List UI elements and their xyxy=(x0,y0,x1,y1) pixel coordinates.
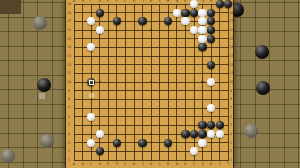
coord-label-left: 19 xyxy=(67,2,70,5)
coord-label-right: 9 xyxy=(229,89,232,92)
white-stone-Q17 xyxy=(198,17,206,25)
coord-label-left: 1 xyxy=(67,158,70,161)
board-grid-line xyxy=(74,108,229,109)
gray-background-stone xyxy=(33,16,47,30)
coord-label-right: 13 xyxy=(229,54,232,57)
white-stone-N18 xyxy=(173,9,181,17)
star-point xyxy=(99,81,101,83)
go-board[interactable]: AA1919BB1818CC1717DD1616EE1515FF1414GG13… xyxy=(66,0,233,168)
white-stone-C17 xyxy=(87,17,95,25)
coord-label-left: 2 xyxy=(67,150,70,153)
coord-label-bottom: J xyxy=(141,162,144,165)
coord-label-top: N xyxy=(175,0,178,2)
coord-label-bottom: G xyxy=(124,162,127,165)
coord-label-bottom: M xyxy=(167,162,170,165)
star-point xyxy=(150,81,152,83)
go-app-screen: AA1919BB1818CC1717DD1616EE1515FF1414GG13… xyxy=(0,0,300,168)
black-stone-R16 xyxy=(207,26,215,34)
coord-label-bottom: S xyxy=(218,162,221,165)
coord-label-right: 4 xyxy=(229,132,232,135)
gray-background-stone xyxy=(1,149,15,163)
black-stone-D18 xyxy=(96,9,104,17)
coord-label-right: 2 xyxy=(229,150,232,153)
coord-label-right: 17 xyxy=(229,20,232,23)
coord-label-top: Q xyxy=(201,0,204,2)
white-stone-D4 xyxy=(96,130,104,138)
black-background-stone xyxy=(255,45,269,59)
coord-label-left: 11 xyxy=(67,72,70,75)
white-stone-D16 xyxy=(96,26,104,34)
coord-label-right: 8 xyxy=(229,98,232,101)
board-grid-line xyxy=(159,4,160,161)
black-stone-S5 xyxy=(216,121,224,129)
coord-label-left: 16 xyxy=(67,28,70,31)
background-grid-line xyxy=(240,0,241,168)
board-grid-line xyxy=(74,116,229,117)
black-stone-F17 xyxy=(113,17,121,25)
coord-label-bottom: R xyxy=(209,162,212,165)
board-grid-line xyxy=(74,99,229,100)
black-stone-O4 xyxy=(181,130,189,138)
coord-label-top: M xyxy=(167,0,170,2)
coord-label-right: 18 xyxy=(229,11,232,14)
star-point xyxy=(150,29,152,31)
coord-label-bottom: Q xyxy=(201,162,204,165)
coord-label-bottom: F xyxy=(115,162,118,165)
coord-label-top: H xyxy=(132,0,135,2)
coord-label-top: J xyxy=(141,0,144,2)
white-stone-Q3 xyxy=(198,139,206,147)
coord-label-bottom: T xyxy=(227,162,230,165)
coord-label-bottom: C xyxy=(89,162,92,165)
coord-label-left: 12 xyxy=(67,63,70,66)
coord-label-right: 14 xyxy=(229,46,232,49)
coord-label-top: K xyxy=(149,0,152,2)
coord-label-right: 10 xyxy=(229,80,232,83)
black-stone-R15 xyxy=(207,35,215,43)
coord-label-left: 15 xyxy=(67,37,70,40)
corner-patch xyxy=(0,0,21,14)
coord-label-right: 3 xyxy=(229,141,232,144)
white-stone-R4 xyxy=(207,130,215,138)
coord-label-top: D xyxy=(98,0,101,2)
white-stone-Q15 xyxy=(198,35,206,43)
black-stone-R5 xyxy=(207,121,215,129)
coord-label-right: 6 xyxy=(229,115,232,118)
coord-label-left: 8 xyxy=(67,98,70,101)
coord-label-left: 17 xyxy=(67,20,70,23)
black-stone-P18 xyxy=(190,9,198,17)
coord-label-bottom: P xyxy=(192,162,195,165)
coord-label-bottom: O xyxy=(184,162,187,165)
background-grid-line xyxy=(255,0,256,168)
ghost-move-marker xyxy=(89,93,94,98)
coord-label-bottom: A xyxy=(72,162,75,165)
white-stone-O17 xyxy=(181,17,189,25)
white-stone-S4 xyxy=(216,130,224,138)
black-stone-R12 xyxy=(207,61,215,69)
coord-label-left: 18 xyxy=(67,11,70,14)
coord-label-top: O xyxy=(184,0,187,2)
gray-background-stone xyxy=(40,134,54,148)
coord-label-top: L xyxy=(158,0,161,2)
board-grid-line xyxy=(74,90,229,91)
black-stone-D2 xyxy=(96,147,104,155)
background-grid-line xyxy=(23,0,24,168)
black-stone-Q14 xyxy=(198,43,206,51)
background-grid-line xyxy=(298,0,299,168)
coord-label-top: A xyxy=(72,0,75,2)
black-stone-O18 xyxy=(181,9,189,17)
board-grid-line xyxy=(176,4,177,161)
white-stone-R7 xyxy=(207,104,215,112)
white-stone-Q16 xyxy=(198,26,206,34)
coord-label-right: 16 xyxy=(229,28,232,31)
coord-label-right: 7 xyxy=(229,106,232,109)
coord-label-bottom: L xyxy=(158,162,161,165)
board-grid-line xyxy=(74,160,229,161)
coord-label-bottom: B xyxy=(81,162,84,165)
coord-label-right: 12 xyxy=(229,63,232,66)
background-grid-line xyxy=(284,0,285,168)
coord-label-bottom: E xyxy=(107,162,110,165)
black-background-stone xyxy=(37,78,51,92)
white-stone-C6 xyxy=(87,113,95,121)
coord-label-left: 9 xyxy=(67,89,70,92)
coord-label-top: R xyxy=(209,0,212,2)
coord-label-left: 10 xyxy=(67,80,70,83)
black-stone-R18 xyxy=(207,9,215,17)
white-stone-C14 xyxy=(87,43,95,51)
coord-label-right: 1 xyxy=(229,158,232,161)
coord-label-top: C xyxy=(89,0,92,2)
white-stone-P19 xyxy=(190,0,198,8)
white-stone-R10 xyxy=(207,78,215,86)
white-stone-C3 xyxy=(87,139,95,147)
gray-background-stone xyxy=(244,124,258,138)
background-grid-line xyxy=(8,0,9,168)
coord-label-bottom: H xyxy=(132,162,135,165)
coord-label-right: 11 xyxy=(229,72,232,75)
coord-label-left: 5 xyxy=(67,124,70,127)
white-stone-Q18 xyxy=(198,9,206,17)
coord-label-bottom: K xyxy=(149,162,152,165)
star-point xyxy=(150,133,152,135)
coord-label-bottom: D xyxy=(98,162,101,165)
coord-label-left: 14 xyxy=(67,46,70,49)
white-stone-P2 xyxy=(190,147,198,155)
coord-label-left: 6 xyxy=(67,115,70,118)
black-stone-S19 xyxy=(216,0,224,8)
coord-label-top: G xyxy=(124,0,127,2)
coord-label-top: E xyxy=(107,0,110,2)
coord-label-left: 13 xyxy=(67,54,70,57)
coord-label-top: F xyxy=(115,0,118,2)
coord-label-left: 4 xyxy=(67,132,70,135)
black-stone-R17 xyxy=(207,17,215,25)
black-stone-F3 xyxy=(113,139,121,147)
coord-label-right: 5 xyxy=(229,124,232,127)
black-stone-J17 xyxy=(138,17,146,25)
black-stone-M3 xyxy=(164,139,172,147)
coord-label-left: 3 xyxy=(67,141,70,144)
last-move-marker xyxy=(89,80,94,85)
coord-label-top: B xyxy=(81,0,84,2)
black-stone-Q5 xyxy=(198,121,206,129)
black-stone-J3 xyxy=(138,139,146,147)
star-point xyxy=(201,81,203,83)
black-stone-T19 xyxy=(224,0,232,8)
black-background-stone xyxy=(256,81,270,95)
black-stone-P4 xyxy=(190,130,198,138)
coord-label-left: 7 xyxy=(67,106,70,109)
coord-label-right: 15 xyxy=(229,37,232,40)
black-stone-Q4 xyxy=(198,130,206,138)
background-ghost-square xyxy=(39,93,45,99)
white-stone-P16 xyxy=(190,26,198,34)
black-stone-M17 xyxy=(164,17,172,25)
coord-label-bottom: N xyxy=(175,162,178,165)
board-grid-line xyxy=(168,4,169,161)
